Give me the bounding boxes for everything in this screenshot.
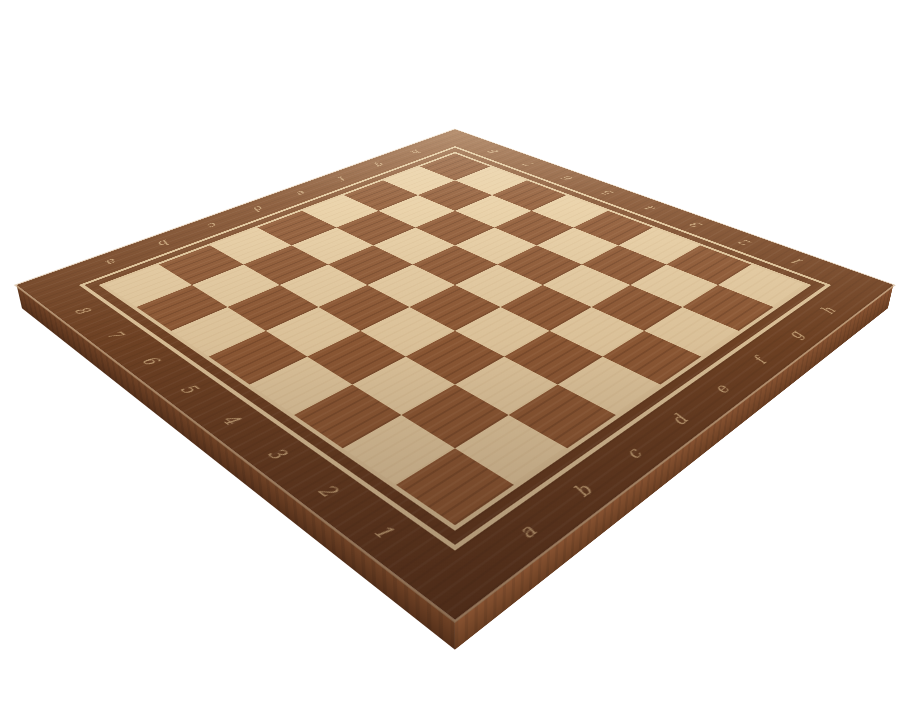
rank-label-far-7: 7 — [517, 160, 542, 169]
file-label-near-e: e — [702, 379, 739, 400]
rank-label-far-6: 6 — [555, 173, 580, 183]
file-label-near-g: g — [778, 326, 812, 344]
square-a4 — [250, 357, 353, 415]
file-label-far-f: f — [330, 173, 355, 183]
chess-board: aabbccddeeffgghh1122334455667788 — [17, 129, 894, 619]
squares-grid — [104, 153, 805, 525]
file-label-near-b: b — [561, 477, 603, 505]
square-d2 — [504, 331, 602, 385]
square-e2 — [550, 307, 645, 357]
rank-label-near-2: 2 — [307, 477, 349, 505]
square-a5 — [209, 331, 307, 385]
square-a7 — [136, 285, 227, 331]
rank-label-far-4: 4 — [637, 203, 664, 214]
rank-label-far-2: 2 — [731, 236, 760, 249]
square-b4 — [307, 331, 405, 385]
perspective-scene: aabbccddeeffgghh1122334455667788 — [0, 0, 900, 720]
rank-label-far-1: 1 — [783, 255, 813, 269]
square-b6 — [227, 285, 318, 331]
square-b5 — [266, 307, 361, 357]
file-label-near-d: d — [660, 408, 698, 431]
square-a1 — [396, 448, 514, 525]
square-c3 — [406, 331, 504, 385]
file-label-far-g: g — [368, 160, 393, 169]
file-label-far-h: h — [404, 147, 428, 156]
product-photo-canvas: aabbccddeeffgghh1122334455667788 — [0, 0, 900, 720]
square-c5 — [318, 285, 409, 331]
square-d4 — [409, 285, 500, 331]
square-c4 — [360, 307, 455, 357]
square-g1 — [683, 285, 774, 331]
file-label-far-d: d — [246, 203, 273, 214]
file-label-far-a: a — [97, 255, 127, 269]
square-a6 — [171, 307, 266, 357]
rank-label-near-8: 8 — [66, 302, 98, 318]
rank-label-far-3: 3 — [683, 219, 711, 231]
file-label-far-c: c — [199, 219, 227, 231]
board-surface: aabbccddeeffgghh1122334455667788 — [17, 129, 894, 619]
file-label-near-c: c — [613, 441, 653, 466]
square-a3 — [294, 385, 401, 449]
rank-label-far-5: 5 — [595, 188, 621, 199]
square-c2 — [455, 357, 558, 415]
file-label-near-a: a — [504, 516, 548, 547]
rank-label-near-6: 6 — [133, 351, 168, 370]
square-e1 — [603, 331, 701, 385]
square-f1 — [644, 307, 739, 357]
rank-label-near-4: 4 — [212, 408, 250, 431]
rank-label-near-5: 5 — [171, 379, 208, 400]
rank-label-far-8: 8 — [482, 147, 506, 156]
rank-label-near-3: 3 — [257, 441, 297, 466]
square-f2 — [592, 285, 683, 331]
square-b3 — [352, 357, 455, 415]
file-label-near-h: h — [811, 302, 843, 318]
square-d1 — [558, 357, 661, 415]
playing-field-frame — [99, 152, 812, 531]
file-label-near-f: f — [742, 351, 777, 370]
rank-label-near-7: 7 — [98, 326, 132, 344]
square-b1 — [455, 415, 567, 485]
square-e3 — [501, 285, 592, 331]
file-label-far-e: e — [289, 188, 315, 199]
square-c1 — [509, 385, 616, 449]
square-d3 — [455, 307, 550, 357]
square-a2 — [343, 415, 455, 485]
rank-label-near-1: 1 — [361, 516, 405, 547]
square-b2 — [401, 385, 508, 449]
file-label-far-b: b — [150, 236, 179, 249]
